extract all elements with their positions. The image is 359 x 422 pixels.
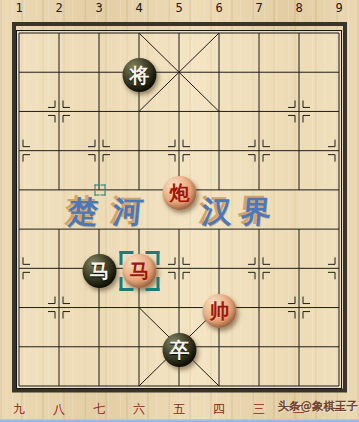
top-coordinate-9: 9 (335, 1, 342, 15)
river-label-left: 楚河 (66, 192, 160, 233)
river-label-right: 汉界 (200, 192, 282, 233)
top-coordinate-1: 1 (15, 1, 22, 15)
black-horse-piece[interactable]: 马 (83, 254, 117, 288)
watermark-text: 头条@象棋王子 (278, 399, 359, 414)
top-coordinate-2: 2 (55, 1, 62, 15)
bottom-coordinate-1: 九 (13, 401, 25, 418)
top-coordinate-8: 8 (295, 1, 302, 15)
black-soldier-piece[interactable]: 卒 (163, 333, 197, 367)
top-coordinate-7: 7 (255, 1, 262, 15)
top-coordinate-5: 5 (175, 1, 182, 15)
red-horse-piece[interactable]: 马 (123, 254, 157, 288)
top-coordinate-3: 3 (95, 1, 102, 15)
top-coordinate-4: 4 (135, 1, 142, 15)
red-general-piece[interactable]: 帅 (203, 294, 237, 328)
bottom-coordinate-5: 五 (173, 401, 185, 418)
xiangqi-board[interactable]: 123456789 九八七六五四三二一 楚河 汉界 将炮马马帅卒 头条@象棋王子 (0, 0, 359, 422)
bottom-coordinate-6: 四 (213, 401, 225, 418)
black-general-piece[interactable]: 将 (123, 58, 157, 92)
top-coordinate-6: 6 (215, 1, 222, 15)
red-cannon-piece[interactable]: 炮 (163, 176, 197, 210)
bottom-coordinate-2: 八 (53, 401, 65, 418)
bottom-coordinate-7: 三 (253, 401, 265, 418)
bottom-coordinate-3: 七 (93, 401, 105, 418)
bottom-coordinate-4: 六 (133, 401, 145, 418)
